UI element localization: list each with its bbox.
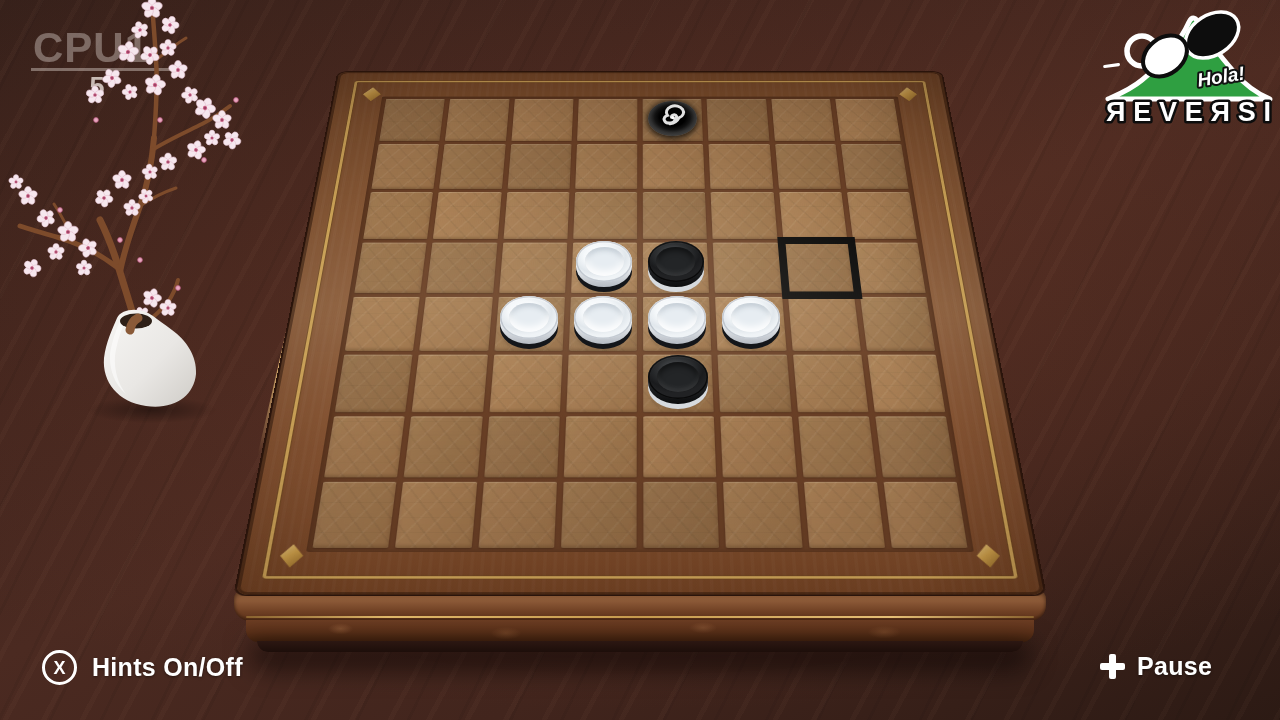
board-cell-c6[interactable]: [489, 354, 562, 412]
board-grid: [306, 97, 974, 552]
board-cell-f3[interactable]: [711, 192, 777, 240]
board-cell-c4[interactable]: [499, 243, 567, 294]
board-cell-a1[interactable]: [379, 99, 445, 141]
board-cell-g1[interactable]: [771, 99, 835, 141]
board-cell-d4[interactable]: [571, 243, 637, 294]
board-cell-e2[interactable]: [643, 144, 705, 189]
board-cell-b4[interactable]: [426, 243, 496, 294]
board-cell-e4[interactable]: [643, 243, 709, 294]
board-cell-b8[interactable]: [395, 482, 476, 548]
board-play-area: [306, 97, 974, 552]
board-cell-h2[interactable]: [841, 144, 909, 189]
board-cell-f8[interactable]: [723, 482, 802, 548]
game-screen: CPU1 5 X Hints On/Off Pause: [0, 0, 1280, 720]
board-cell-c2[interactable]: [507, 144, 571, 189]
cherry-blossom-vase: [0, 0, 330, 460]
board-cell-h8[interactable]: [883, 482, 967, 548]
board-cell-f1[interactable]: [707, 99, 769, 141]
board-cell-e6[interactable]: [643, 354, 714, 412]
board-cell-e1[interactable]: [643, 99, 703, 141]
board-cell-a5[interactable]: [345, 297, 420, 351]
board-cell-h6[interactable]: [867, 354, 945, 412]
board-cell-g8[interactable]: [803, 482, 884, 548]
board-cell-d3[interactable]: [573, 192, 637, 240]
board-cell-d6[interactable]: [566, 354, 637, 412]
board-cell-f7[interactable]: [720, 416, 796, 478]
board-cell-a2[interactable]: [371, 144, 439, 189]
board-cell-g2[interactable]: [775, 144, 841, 189]
board-cell-d8[interactable]: [561, 482, 637, 548]
board-cell-a8[interactable]: [312, 482, 396, 548]
board-cell-f2[interactable]: [709, 144, 773, 189]
move-cursor[interactable]: [777, 237, 863, 299]
board-cell-a6[interactable]: [335, 354, 413, 412]
board-edge-gold-line: [246, 616, 1034, 619]
board-cell-d2[interactable]: [575, 144, 637, 189]
board-cell-h3[interactable]: [847, 192, 917, 240]
board-cell-f5[interactable]: [715, 297, 786, 351]
plus-button-icon: [1100, 654, 1125, 679]
board-cell-e7[interactable]: [643, 416, 716, 478]
board-cell-a7[interactable]: [324, 416, 405, 478]
hints-toggle-button[interactable]: X Hints On/Off: [42, 650, 243, 685]
vase: [104, 310, 196, 407]
board-cell-c7[interactable]: [484, 416, 560, 478]
board-cell-h5[interactable]: [860, 297, 935, 351]
board-cell-g7[interactable]: [798, 416, 876, 478]
board-cell-b3[interactable]: [433, 192, 501, 240]
logo-dash: [1103, 63, 1120, 69]
board-cell-e3[interactable]: [643, 192, 707, 240]
board-cell-c1[interactable]: [511, 99, 573, 141]
board-cell-d5[interactable]: [569, 297, 637, 351]
board-cell-h1[interactable]: [835, 99, 901, 141]
x-button-glyph: X: [53, 659, 65, 677]
board-side-band: [246, 620, 1034, 642]
board-cell-a4[interactable]: [354, 243, 427, 294]
board-cell-b5[interactable]: [419, 297, 492, 351]
board-cell-b1[interactable]: [445, 99, 509, 141]
blossoms: [8, 0, 245, 325]
board-cell-f4[interactable]: [713, 243, 781, 294]
hints-label: Hints On/Off: [92, 653, 243, 682]
board-cell-e8[interactable]: [643, 482, 719, 548]
board-cell-e5[interactable]: [643, 297, 711, 351]
reversi-logo: Hola! ЯEVEЯSI: [1100, 2, 1278, 130]
board-cell-d7[interactable]: [563, 416, 636, 478]
board-cell-g5[interactable]: [788, 297, 861, 351]
board-cell-d1[interactable]: [577, 99, 637, 141]
board-cell-a3[interactable]: [363, 192, 433, 240]
board-cell-h7[interactable]: [875, 416, 956, 478]
board-base: [257, 641, 1023, 652]
pause-button[interactable]: Pause: [1100, 652, 1212, 681]
board-cell-b2[interactable]: [439, 144, 505, 189]
x-button-icon: X: [42, 650, 77, 685]
board-cell-h4[interactable]: [853, 243, 926, 294]
board-cell-b6[interactable]: [412, 354, 488, 412]
pause-label: Pause: [1137, 652, 1212, 681]
board-cell-c5[interactable]: [494, 297, 565, 351]
board-cell-g3[interactable]: [779, 192, 847, 240]
board-front-edge: [234, 591, 1046, 621]
board-cell-g6[interactable]: [793, 354, 869, 412]
board-cell-f6[interactable]: [718, 354, 791, 412]
board-cell-b7[interactable]: [404, 416, 482, 478]
reversi-board: [236, 72, 1045, 595]
board-cell-c3[interactable]: [503, 192, 569, 240]
board-cell-c8[interactable]: [478, 482, 557, 548]
